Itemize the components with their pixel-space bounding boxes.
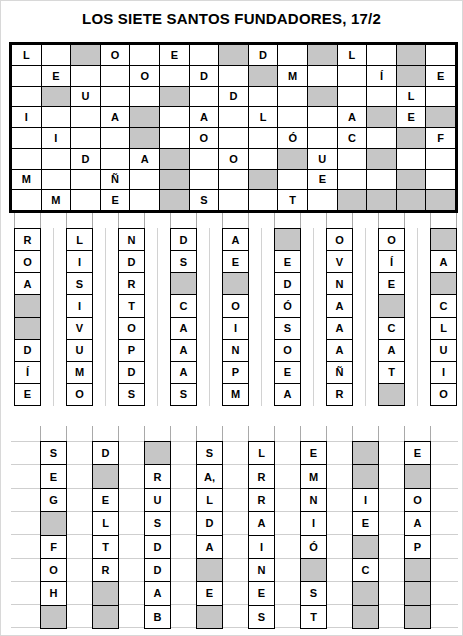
bank-letter-cell[interactable]: S [67,273,92,294]
grid-cell[interactable] [338,149,367,169]
bottom-bank-strip: DELTR [92,441,119,629]
bank-letter-cell[interactable]: Í [15,362,40,383]
tick-line [274,213,275,228]
grid-block-cell [42,87,71,107]
bank-letter-cell[interactable]: A [405,512,430,534]
bank-letter-cell[interactable]: E [223,251,248,272]
bank-letter-cell[interactable]: A [171,340,196,361]
grid-cell[interactable] [338,170,367,190]
bank-block-cell [405,582,430,604]
grid-block-cell [160,170,189,190]
bank-block-cell [353,536,378,558]
bank-block-cell [197,606,222,628]
bottom-bank-strip: IEC [352,441,379,629]
bank-block-cell [145,442,170,464]
bank-letter-cell[interactable]: D [197,512,222,534]
bank-letter-cell[interactable]: A [275,384,300,405]
bank-letter-cell[interactable]: D [145,536,170,558]
grid-block-cell [130,128,159,148]
bank-letter-cell[interactable]: I [431,362,456,383]
bank-block-cell [431,229,456,250]
bank-letter-cell[interactable]: V [67,318,92,339]
bank-letter-cell[interactable]: D [275,273,300,294]
bank-letter-cell[interactable]: D [119,362,144,383]
bank-letter-cell[interactable]: A [327,340,352,361]
grid-block-cell [367,190,396,210]
bank-letter-cell[interactable]: E [275,251,300,272]
guide-line [11,534,458,535]
bank-letter-cell[interactable]: R [249,489,274,511]
tick-line [144,426,145,441]
grid-cell: A [338,107,367,127]
grid-cell[interactable] [338,66,367,86]
bank-letter-cell[interactable]: E [379,273,404,294]
tick-line [430,426,431,441]
grid-cell[interactable] [101,66,130,86]
tick-line [378,213,379,228]
guide-line [11,441,458,442]
tick-line [456,213,457,228]
bank-letter-cell[interactable]: R [15,229,40,250]
bank-block-cell [405,606,430,628]
bottom-bank-strip: EMNIÓST [300,441,327,629]
bank-letter-cell[interactable]: G [41,489,66,511]
bank-letter-cell[interactable]: P [223,362,248,383]
bank-letter-cell[interactable]: O [431,384,456,405]
middle-bank-strip: OVNAAAÑR [326,228,353,406]
grid-block-cell [367,107,396,127]
bank-letter-cell[interactable]: A [15,273,40,294]
middle-bank-strip: EDÓSOEA [274,228,301,406]
grid-cell: U [71,87,100,107]
bank-block-cell [353,582,378,604]
grid-block-cell [249,66,278,86]
bank-letter-cell[interactable]: D [93,442,118,464]
bank-letter-cell[interactable]: S [171,384,196,405]
bank-letter-cell[interactable]: D [145,559,170,581]
grid-cell[interactable] [71,190,100,210]
bank-letter-cell[interactable]: E [15,384,40,405]
tick-line [66,426,67,441]
tick-line [404,213,405,228]
grid-cell: O [130,66,159,86]
bank-letter-cell[interactable]: A [327,318,352,339]
tick-line [14,213,15,228]
grid-cell: L [338,45,367,65]
bank-letter-cell[interactable]: S [41,442,66,464]
bank-letter-cell[interactable]: T [379,362,404,383]
grid-cell[interactable] [101,149,130,169]
grid-block-cell [160,149,189,169]
grid-cell: I [12,107,41,127]
bank-letter-cell[interactable]: N [223,340,248,361]
bank-letter-cell[interactable]: A [249,512,274,534]
bank-letter-cell[interactable]: E [41,465,66,487]
grid-block-cell [71,45,100,65]
bank-letter-cell[interactable]: Ó [275,295,300,316]
grid-cell[interactable] [278,87,307,107]
bank-letter-cell[interactable]: R [145,465,170,487]
grid-cell[interactable] [367,45,396,65]
grid-cell: E [397,107,426,127]
bank-letter-cell[interactable]: A [223,229,248,250]
grid-cell[interactable] [190,170,219,190]
grid-cell[interactable] [338,87,367,107]
bank-letter-cell[interactable]: O [15,251,40,272]
bank-letter-cell[interactable]: A, [197,465,222,487]
bank-letter-cell[interactable]: I [67,295,92,316]
tick-line [248,426,249,441]
bank-letter-cell[interactable]: P [119,340,144,361]
bank-letter-cell[interactable]: O [67,384,92,405]
grid-cell: M [12,170,41,190]
grid-block-cell [219,45,248,65]
guide-line [365,228,366,406]
bank-letter-cell[interactable]: D [119,251,144,272]
tick-line [274,426,275,441]
grid-cell[interactable] [42,149,71,169]
grid-cell[interactable] [190,87,219,107]
bank-letter-cell[interactable]: A [327,295,352,316]
grid-cell[interactable] [219,128,248,148]
bank-letter-cell[interactable]: M [223,384,248,405]
grid-cell: C [338,128,367,148]
bottom-bank-strip: RUSDDAB [144,441,171,629]
grid-cell: A [190,107,219,127]
middle-bank-strip: LISIVUMO [66,228,93,406]
grid-cell[interactable] [12,66,41,86]
grid-block-cell [308,87,337,107]
bank-letter-cell[interactable]: N [327,273,352,294]
bank-block-cell [15,295,40,316]
bank-letter-cell[interactable]: E [249,582,274,604]
bank-block-cell [171,273,196,294]
bank-letter-cell[interactable]: A [197,536,222,558]
bank-block-cell [353,606,378,628]
grid-cell[interactable] [219,107,248,127]
bank-letter-cell[interactable]: N [301,489,326,511]
bank-block-cell [353,465,378,487]
bank-block-cell [431,273,456,294]
grid-block-cell [130,107,159,127]
tick-line [170,213,171,228]
bank-block-cell [301,559,326,581]
guide-line [11,488,458,489]
tick-line [404,426,405,441]
bank-letter-cell[interactable]: I [301,512,326,534]
bank-letter-cell[interactable]: N [249,559,274,581]
bank-letter-cell[interactable]: D [171,229,196,250]
grid-cell: E [101,190,130,210]
tick-line [222,213,223,228]
grid-cell[interactable] [160,66,189,86]
grid-block-cell [397,190,426,210]
bank-letter-cell[interactable]: C [171,295,196,316]
guide-line [157,228,158,406]
grid-cell: D [190,66,219,86]
tick-line [326,426,327,441]
grid-cell[interactable] [101,128,130,148]
grid-cell[interactable] [308,66,337,86]
guide-line [313,228,314,406]
page-title: LOS SIETE SANTOS FUNDADORES, 17/2 [1,10,462,27]
bank-letter-cell[interactable]: C [353,559,378,581]
bank-block-cell [93,606,118,628]
grid-block-cell [426,107,455,127]
grid-cell[interactable] [101,87,130,107]
bank-letter-cell[interactable]: D [15,340,40,361]
grid-cell[interactable] [249,87,278,107]
bank-letter-cell[interactable]: A [431,251,456,272]
bank-letter-cell[interactable]: Í [379,251,404,272]
tick-line [352,426,353,441]
middle-bank-strip: OÍECAT [378,228,405,406]
grid-cell[interactable] [130,190,159,210]
grid-block-cell [367,149,396,169]
bank-letter-cell[interactable]: V [327,251,352,272]
bank-letter-cell[interactable]: A [379,340,404,361]
grid-block-cell [249,170,278,190]
grid-cell: T [278,190,307,210]
grid-cell[interactable] [278,107,307,127]
bank-letter-cell[interactable]: O [275,340,300,361]
grid-cell[interactable] [190,45,219,65]
bank-block-cell [405,465,430,487]
bank-letter-cell[interactable]: Ñ [327,362,352,383]
grid-cell: D [71,149,100,169]
tick-line [196,213,197,228]
bank-letter-cell[interactable]: S [275,318,300,339]
bank-letter-cell[interactable]: H [41,582,66,604]
middle-bank-strip: AEOINPM [222,228,249,406]
bank-letter-cell[interactable]: T [93,536,118,558]
grid-cell[interactable] [160,128,189,148]
bank-letter-cell[interactable]: U [431,340,456,361]
grid-cell[interactable] [426,149,455,169]
bank-letter-cell[interactable]: A [171,318,196,339]
grid-cell: D [219,87,248,107]
bank-block-cell [15,318,40,339]
bank-letter-cell[interactable]: N [119,229,144,250]
grid-cell[interactable] [219,190,248,210]
grid-cell[interactable] [130,170,159,190]
bank-letter-cell[interactable]: L [67,229,92,250]
bank-letter-cell[interactable]: O [41,559,66,581]
guide-line [11,627,458,628]
bank-letter-cell[interactable]: E [405,442,430,464]
bank-letter-cell[interactable]: C [379,318,404,339]
grid-cell[interactable] [71,107,100,127]
grid-cell[interactable] [12,128,41,148]
grid-block-cell [397,128,426,148]
grid-cell[interactable] [190,149,219,169]
bank-letter-cell[interactable]: Ó [301,536,326,558]
guide-line [417,228,418,406]
bank-letter-cell[interactable]: I [67,251,92,272]
grid-cell[interactable] [397,149,426,169]
bank-letter-cell[interactable]: U [67,340,92,361]
grid-cell[interactable] [278,45,307,65]
bank-letter-cell[interactable]: E [197,582,222,604]
grid-cell[interactable] [278,170,307,190]
grid-cell[interactable] [42,45,71,65]
bank-letter-cell[interactable]: A [145,582,170,604]
grid-cell[interactable] [426,45,455,65]
bank-letter-cell[interactable]: O [223,295,248,316]
bank-letter-cell[interactable]: E [301,442,326,464]
grid-cell[interactable] [249,128,278,148]
bank-letter-cell[interactable]: L [93,512,118,534]
grid-cell[interactable] [12,190,41,210]
guide-line [261,228,262,406]
tick-line [92,426,93,441]
grid-cell[interactable] [308,107,337,127]
guide-line [209,228,210,406]
middle-bank-strip: DSCAAAS [170,228,197,406]
tick-line [378,426,379,441]
grid-cell[interactable] [42,107,71,127]
bank-block-cell [275,229,300,250]
bank-letter-cell[interactable]: T [119,295,144,316]
bank-letter-cell[interactable]: O [405,489,430,511]
bank-letter-cell[interactable]: S [119,384,144,405]
bank-letter-cell[interactable]: S [249,606,274,628]
tick-line [300,426,301,441]
grid-block-cell [397,45,426,65]
bank-block-cell [379,295,404,316]
grid-cell[interactable] [219,170,248,190]
answer-grid: LOEDLEODMÍEUDLIAALAEIOÓCFDAOUMÑEMEST [9,42,458,213]
grid-cell: D [249,45,278,65]
middle-bank-strip: NDRTOPDS [118,228,145,406]
grid-cell[interactable] [12,87,41,107]
grid-cell: E [308,170,337,190]
bank-letter-cell[interactable]: R [327,384,352,405]
bank-letter-cell[interactable]: O [119,318,144,339]
tick-line [430,213,431,228]
tick-line [170,426,171,441]
bottom-bank-strip: LRRAINES [248,441,275,629]
bank-block-cell [379,384,404,405]
bank-letter-cell[interactable]: M [301,465,326,487]
grid-block-cell [426,190,455,210]
bank-letter-cell[interactable]: E [93,489,118,511]
grid-cell: E [160,45,189,65]
grid-cell: O [219,149,248,169]
bottom-bank-strip: EOAP [404,441,431,629]
grid-cell: L [249,107,278,127]
bank-letter-cell[interactable]: S [301,582,326,604]
grid-cell: O [101,45,130,65]
middle-bank-strip: ROADÍE [14,228,41,406]
bank-letter-cell[interactable]: E [353,512,378,534]
bank-letter-cell[interactable]: P [405,536,430,558]
grid-cell[interactable] [71,128,100,148]
bank-letter-cell[interactable]: S [197,442,222,464]
grid-cell[interactable] [308,128,337,148]
grid-cell[interactable] [249,149,278,169]
tick-line [248,213,249,228]
grid-cell[interactable] [249,190,278,210]
bank-letter-cell[interactable]: I [249,536,274,558]
grid-cell[interactable] [308,190,337,210]
bank-letter-cell[interactable]: T [301,606,326,628]
bank-letter-cell[interactable]: B [145,606,170,628]
tick-line [352,213,353,228]
grid-block-cell [397,170,426,190]
grid-cell[interactable] [160,107,189,127]
bank-block-cell [41,606,66,628]
tick-line [118,426,119,441]
grid-cell[interactable] [367,128,396,148]
tick-line [66,213,67,228]
guide-line [11,511,458,512]
bank-letter-cell[interactable]: S [145,512,170,534]
tick-line [118,213,119,228]
grid-cell[interactable] [130,87,159,107]
bank-letter-cell[interactable]: O [327,229,352,250]
grid-cell[interactable] [426,170,455,190]
bank-letter-cell[interactable]: F [41,536,66,558]
bank-letter-cell[interactable]: O [379,229,404,250]
bank-letter-cell[interactable]: E [275,362,300,383]
bank-letter-cell[interactable]: L [431,318,456,339]
tick-line [222,426,223,441]
bank-letter-cell[interactable]: I [353,489,378,511]
grid-cell[interactable] [42,170,71,190]
grid-block-cell [278,149,307,169]
guide-line [11,464,458,465]
grid-cell: L [12,45,41,65]
bank-block-cell [223,273,248,294]
grid-cell[interactable] [71,66,100,86]
bank-letter-cell[interactable]: C [431,295,456,316]
bank-letter-cell[interactable]: I [223,318,248,339]
bank-letter-cell[interactable]: R [93,559,118,581]
grid-cell[interactable] [367,87,396,107]
bank-letter-cell[interactable]: S [171,251,196,272]
grid-cell: I [42,128,71,148]
bank-letter-cell[interactable]: L [197,489,222,511]
bank-block-cell [93,582,118,604]
middle-bank-strip: ACLUIO [430,228,457,406]
bank-letter-cell[interactable]: U [145,489,170,511]
grid-cell[interactable] [367,170,396,190]
grid-block-cell [397,66,426,86]
bank-letter-cell[interactable]: M [67,362,92,383]
grid-cell: A [130,149,159,169]
tick-line [40,426,41,441]
grid-cell[interactable] [71,170,100,190]
grid-cell: F [426,128,455,148]
bank-letter-cell[interactable]: R [249,465,274,487]
bank-letter-cell[interactable]: A [171,362,196,383]
tick-line [40,213,41,228]
grid-cell[interactable] [12,149,41,169]
bottom-bank-strip: SEGFOH [40,441,67,629]
grid-cell[interactable] [219,66,248,86]
tick-line [92,213,93,228]
grid-cell[interactable] [130,45,159,65]
bank-letter-cell[interactable]: L [249,442,274,464]
grid-cell[interactable] [426,87,455,107]
grid-block-cell [338,190,367,210]
bank-letter-cell[interactable]: R [119,273,144,294]
grid-cell: S [190,190,219,210]
tick-line [196,426,197,441]
bottom-bank-strip: SA,LDAE [196,441,223,629]
guide-line [105,228,106,406]
